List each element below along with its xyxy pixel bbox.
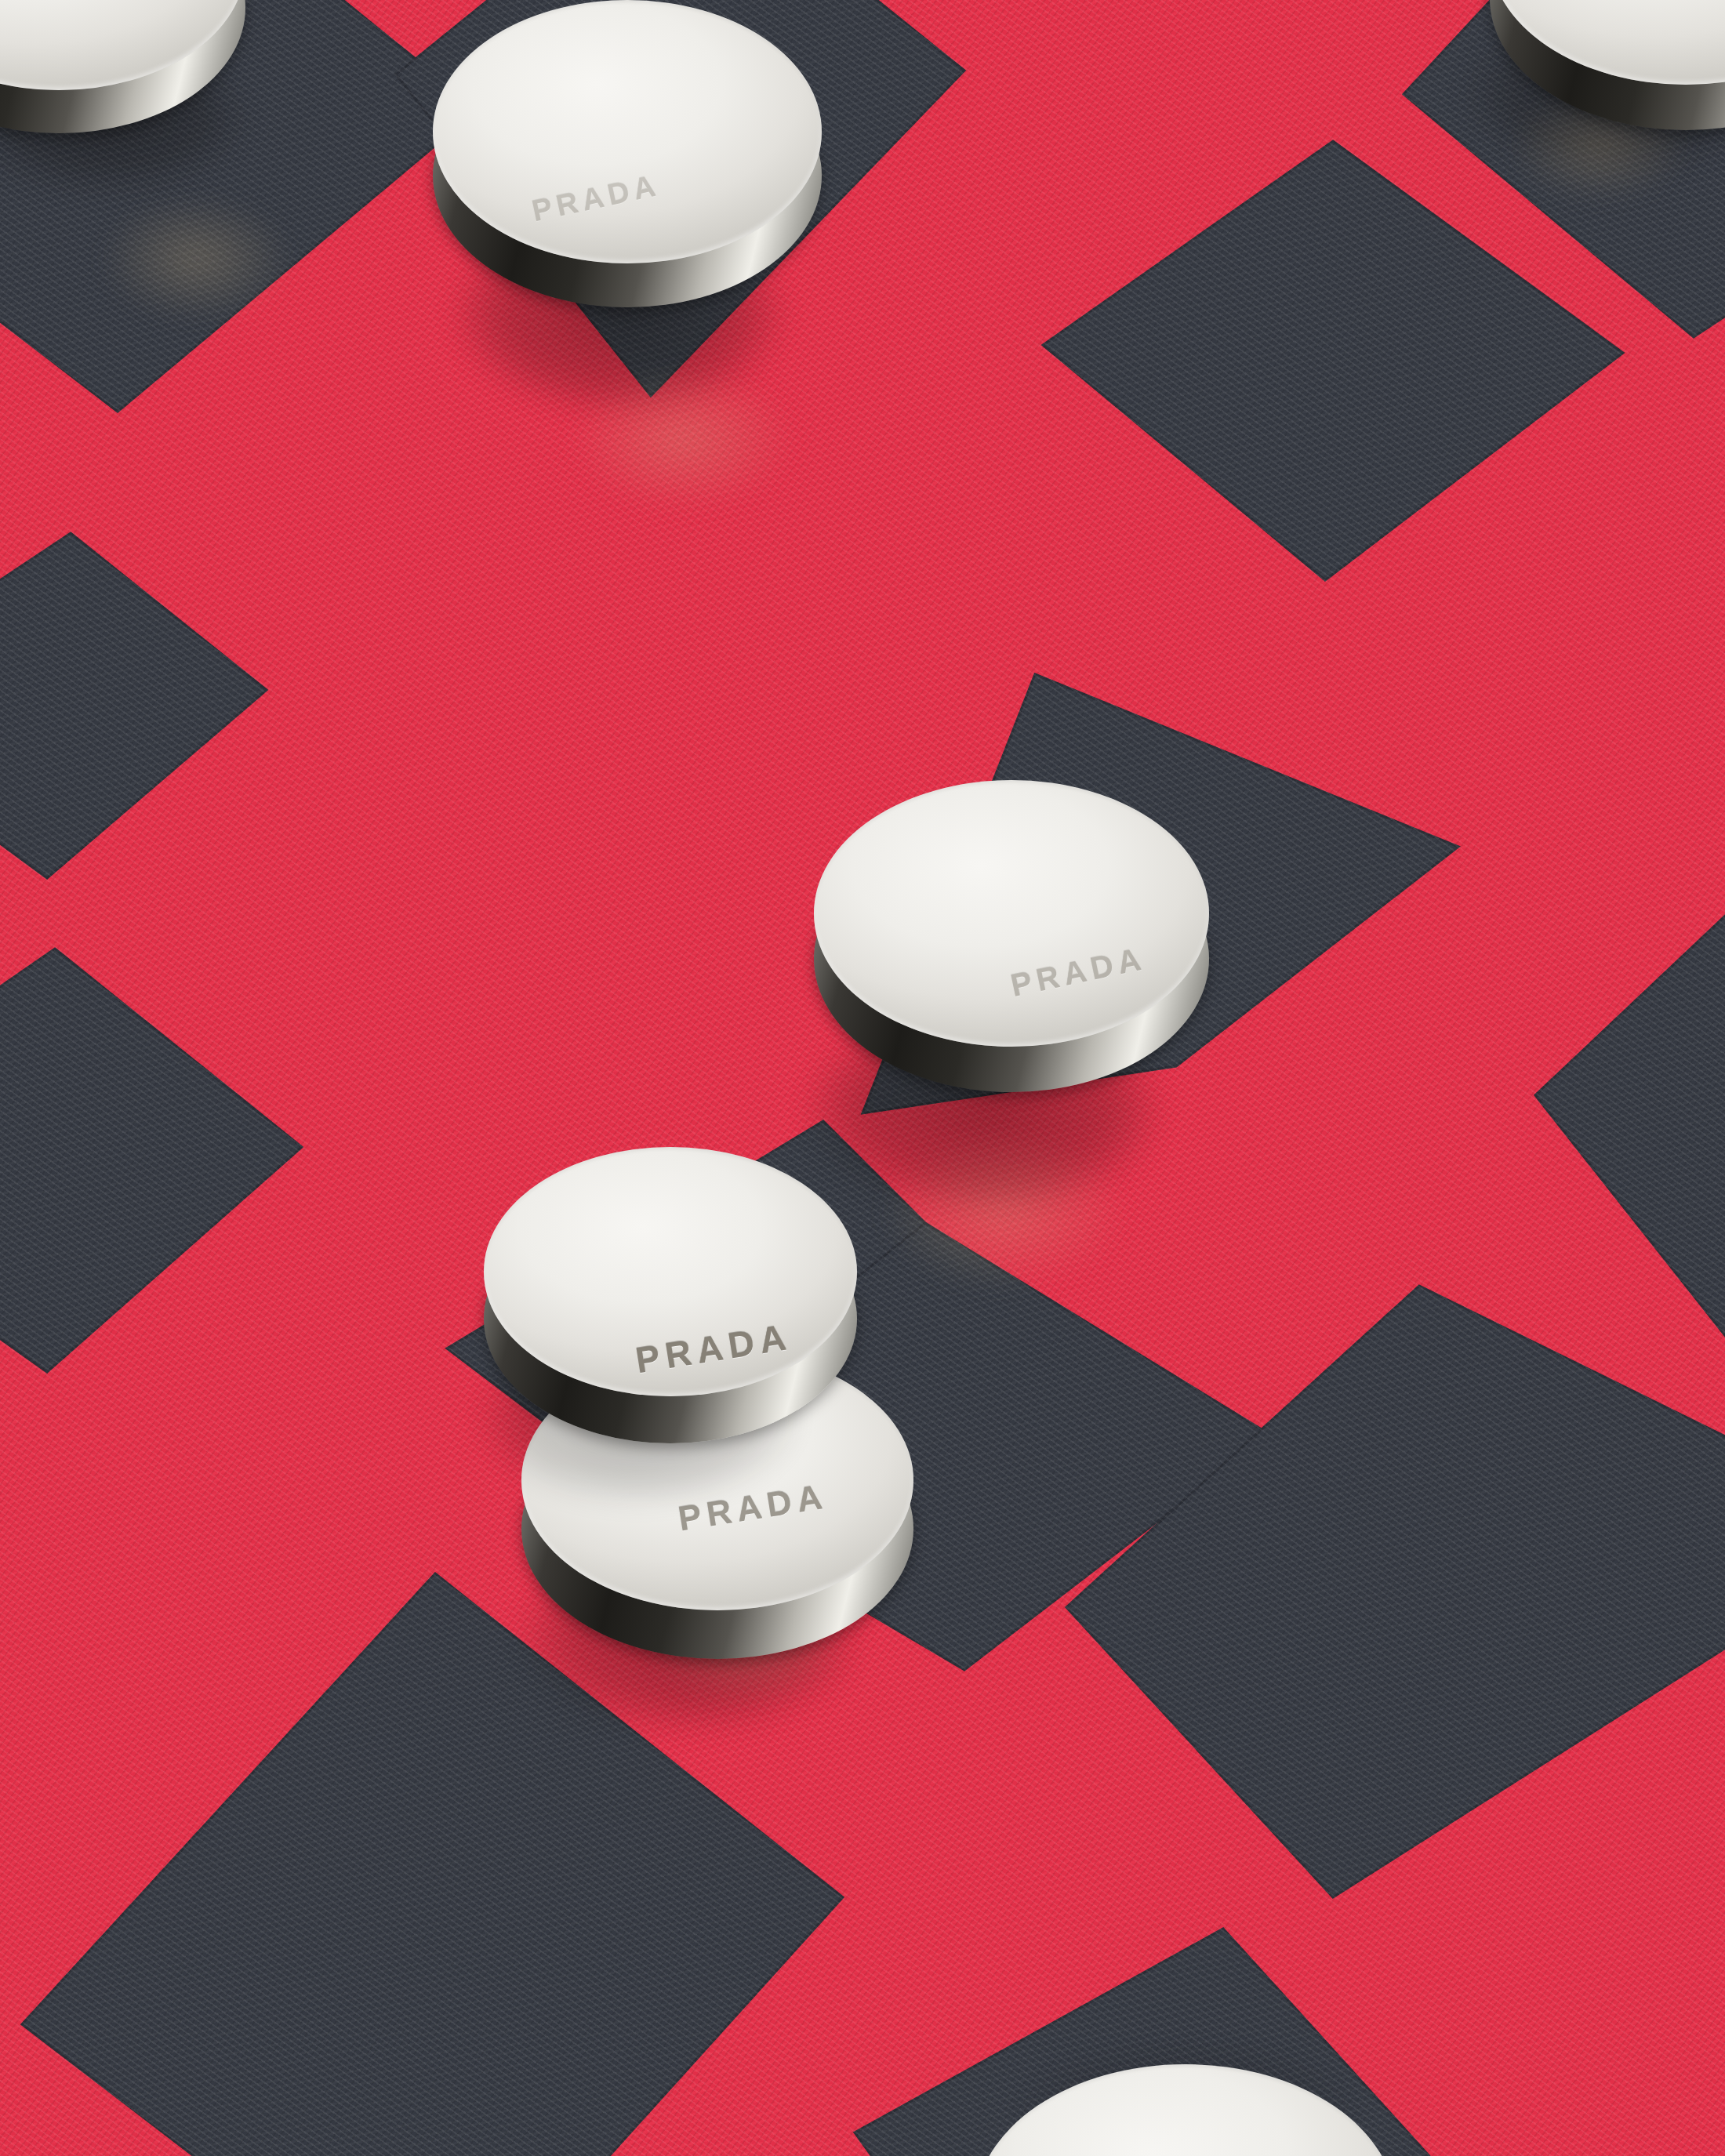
board-square-dark-sq-l0[interactable] — [0, 533, 267, 878]
piece-face: PRADA — [484, 1147, 857, 1396]
prada-engraving: PRADA — [633, 1316, 794, 1382]
piece-face: PRADA — [814, 780, 1209, 1047]
board-square-dark-sq-r1[interactable] — [1535, 894, 1725, 1435]
prada-engraving: PRADA — [529, 169, 663, 228]
board-square-dark-sq-l1[interactable] — [0, 949, 302, 1372]
piece-face: PRADA — [433, 0, 822, 263]
checkers-board-photo: PRADAPRADAPRADAPRADA — [0, 0, 1725, 2156]
prada-engraving: PRADA — [1008, 941, 1149, 1004]
board-square-dark-sq-t[interactable] — [1043, 141, 1623, 580]
